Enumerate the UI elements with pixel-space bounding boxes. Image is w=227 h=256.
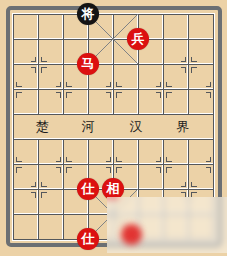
piece-black-general[interactable]: 将 <box>77 3 99 25</box>
watermark-blur-overlay <box>107 197 227 253</box>
river-label: 楚 <box>36 119 49 134</box>
river-label: 界 <box>177 119 190 134</box>
piece-red-advisor-1[interactable]: 仕 <box>77 178 99 200</box>
piece-red-advisor-2[interactable]: 仕 <box>77 228 99 250</box>
watermark-logo-dot <box>121 224 142 245</box>
river-label: 河 <box>82 119 95 134</box>
river-label: 汉 <box>130 119 143 134</box>
xiangqi-board: 楚河汉界 将兵马仕相仕 <box>0 0 227 256</box>
piece-red-horse[interactable]: 马 <box>77 53 99 75</box>
piece-red-soldier[interactable]: 兵 <box>127 28 149 50</box>
